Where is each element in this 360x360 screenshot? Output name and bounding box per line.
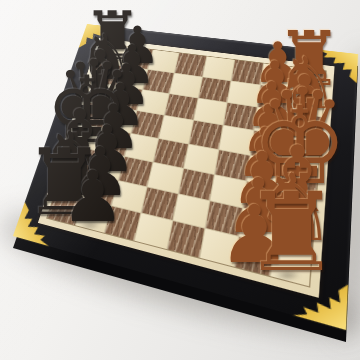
piece-white-rook-h1[interactable]: ♜ — [243, 178, 340, 286]
pieces-layer: ♜♞♝♛♚♝♞♜♟♟♟♟♟♟♟♟♟♟♟♟♟♟♟♟♜♞♝♛♚♝♞♜ — [0, 0, 360, 360]
piece-black-pawn-h7[interactable]: ♟ — [61, 162, 124, 233]
chess-set-photo: ♜♞♝♛♚♝♞♜♟♟♟♟♟♟♟♟♟♟♟♟♟♟♟♟♜♞♝♛♚♝♞♜ — [0, 0, 360, 360]
